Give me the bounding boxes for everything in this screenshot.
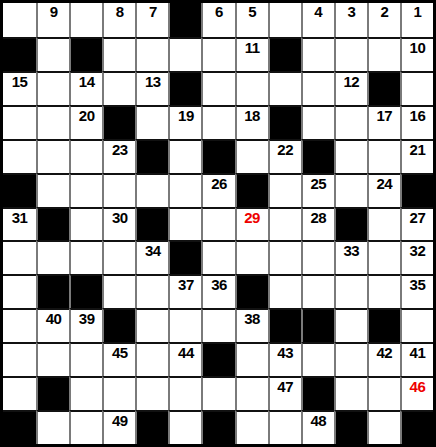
clue-number: 9 (38, 3, 69, 19)
clue-number: 30 (104, 209, 135, 225)
cell-r10c6-block (201, 342, 234, 376)
cell-r5c9[interactable]: 25 (301, 173, 334, 207)
cell-r2c3[interactable] (102, 71, 135, 105)
clue-number: 31 (3, 209, 36, 225)
cell-r10c1[interactable] (36, 342, 69, 376)
cell-r5c2[interactable] (69, 173, 102, 207)
cell-r1c7[interactable]: 11 (235, 37, 268, 71)
cell-r11c1-block (36, 376, 69, 410)
cell-r0c8[interactable] (268, 3, 301, 37)
cell-r8c1-block (36, 274, 69, 308)
cell-r0c11[interactable]: 2 (367, 3, 400, 37)
cell-r0c10[interactable]: 3 (334, 3, 367, 37)
cell-r1c8-block (268, 37, 301, 71)
cell-r7c8[interactable] (268, 240, 301, 274)
cell-r7c7[interactable] (235, 240, 268, 274)
cell-r2c2[interactable]: 14 (69, 71, 102, 105)
cell-r9c5[interactable] (168, 308, 201, 342)
cell-r9c1[interactable]: 40 (36, 308, 69, 342)
cell-r4c11[interactable] (367, 139, 400, 173)
cell-r5c7-block (235, 173, 268, 207)
clue-number: 6 (203, 3, 234, 19)
cell-r0c7[interactable]: 5 (235, 3, 268, 37)
cell-r1c12[interactable]: 10 (400, 37, 433, 71)
cell-r1c11[interactable] (367, 37, 400, 71)
cell-r3c10[interactable] (334, 105, 367, 139)
clue-number: 17 (369, 107, 400, 123)
clue-number: 40 (38, 310, 69, 326)
clue-number: 37 (170, 276, 201, 292)
cell-r1c10[interactable] (334, 37, 367, 71)
cell-r1c4[interactable] (135, 37, 168, 71)
cell-r8c3[interactable] (102, 274, 135, 308)
cell-r9c7[interactable]: 38 (235, 308, 268, 342)
clue-number: 13 (137, 73, 168, 89)
cell-r7c11[interactable] (367, 240, 400, 274)
cell-r7c10[interactable]: 33 (334, 240, 367, 274)
cell-r5c11[interactable]: 24 (367, 173, 400, 207)
cell-r9c12[interactable] (400, 308, 433, 342)
clue-number: 25 (303, 175, 334, 191)
clue-number: 18 (237, 107, 268, 123)
cell-r10c5[interactable]: 44 (168, 342, 201, 376)
clue-number: 48 (303, 412, 334, 428)
cell-r3c0[interactable] (3, 105, 36, 139)
cell-r12c2[interactable] (69, 410, 102, 444)
cell-r11c0[interactable] (3, 376, 36, 410)
cell-r0c6[interactable]: 6 (201, 3, 234, 37)
cell-r3c11[interactable]: 17 (367, 105, 400, 139)
cell-r10c3[interactable]: 45 (102, 342, 135, 376)
cell-r12c6-block (201, 410, 234, 444)
cell-r0c3[interactable]: 8 (102, 3, 135, 37)
clue-number: 11 (237, 39, 268, 55)
cell-r11c8[interactable]: 47 (268, 376, 301, 410)
clue-number: 1 (402, 3, 433, 19)
cell-r1c0-block (3, 37, 36, 71)
cell-r4c9-block (301, 139, 334, 173)
cell-r8c0[interactable] (3, 274, 36, 308)
clue-number: 16 (402, 107, 433, 123)
cell-r2c12[interactable] (400, 71, 433, 105)
clue-number: 45 (104, 344, 135, 360)
cell-r4c1[interactable] (36, 139, 69, 173)
clue-number: 35 (402, 276, 433, 292)
clue-number: 20 (71, 107, 102, 123)
cell-r12c3[interactable]: 49 (102, 410, 135, 444)
clue-number: 10 (402, 39, 433, 55)
cell-r6c10-block (334, 207, 367, 241)
cell-r3c4[interactable] (135, 105, 168, 139)
cell-r5c1[interactable] (36, 173, 69, 207)
cell-r7c1[interactable] (36, 240, 69, 274)
cell-r11c12[interactable]: 46 (400, 376, 433, 410)
cell-r2c4[interactable]: 13 (135, 71, 168, 105)
cell-r12c8[interactable] (268, 410, 301, 444)
cell-r9c10[interactable] (334, 308, 367, 342)
cell-r6c11[interactable] (367, 207, 400, 241)
cell-r8c4[interactable] (135, 274, 168, 308)
cell-r0c2[interactable] (69, 3, 102, 37)
cell-r6c7[interactable]: 29 (235, 207, 268, 241)
cell-r9c9-block (301, 308, 334, 342)
cell-r5c10[interactable] (334, 173, 367, 207)
cell-r2c11-block (367, 71, 400, 105)
cell-r11c10[interactable] (334, 376, 367, 410)
clue-number: 49 (104, 412, 135, 428)
cell-r2c9[interactable] (301, 71, 334, 105)
cell-r4c7[interactable] (235, 139, 268, 173)
cell-r7c12[interactable]: 32 (400, 240, 433, 274)
cell-r5c3[interactable] (102, 173, 135, 207)
clue-number: 22 (270, 141, 301, 157)
cell-r10c11[interactable]: 42 (367, 342, 400, 376)
cell-r1c3[interactable] (102, 37, 135, 71)
cell-r6c8[interactable] (268, 207, 301, 241)
cell-r9c0[interactable] (3, 308, 36, 342)
cell-r5c5[interactable] (168, 173, 201, 207)
cell-r4c0[interactable] (3, 139, 36, 173)
clue-number: 23 (104, 141, 135, 157)
cell-r6c9[interactable]: 28 (301, 207, 334, 241)
cell-r7c4[interactable]: 34 (135, 240, 168, 274)
cell-r0c4[interactable]: 7 (135, 3, 168, 37)
clue-number: 47 (270, 378, 301, 394)
cell-r12c0-block (3, 410, 36, 444)
clue-number: 3 (336, 3, 367, 19)
cell-r9c6[interactable] (201, 308, 234, 342)
cell-r2c10[interactable]: 12 (334, 71, 367, 105)
cell-r12c11[interactable] (367, 410, 400, 444)
cell-r9c3-block (102, 308, 135, 342)
cell-r11c3[interactable] (102, 376, 135, 410)
cell-r1c6[interactable] (201, 37, 234, 71)
clue-number: 7 (137, 3, 168, 19)
cell-r11c7[interactable] (235, 376, 268, 410)
cell-r6c5[interactable] (168, 207, 201, 241)
clue-number: 2 (369, 3, 400, 19)
clue-number: 21 (402, 141, 433, 157)
cell-r9c4[interactable] (135, 308, 168, 342)
clue-number: 27 (402, 209, 433, 225)
cell-r5c0-block (3, 173, 36, 207)
clue-number: 4 (303, 3, 334, 19)
cell-r8c9[interactable] (301, 274, 334, 308)
clue-number: 32 (402, 242, 433, 258)
cell-r1c2-block (69, 37, 102, 71)
cell-r4c5[interactable] (168, 139, 201, 173)
cell-r8c11[interactable] (367, 274, 400, 308)
clue-number: 34 (137, 242, 168, 258)
cell-r1c5[interactable] (168, 37, 201, 71)
clue-number: 28 (303, 209, 334, 225)
crossword-grid: 9876543211110151413122019181716232221262… (0, 0, 436, 447)
cell-r6c2[interactable] (69, 207, 102, 241)
cell-r2c5-block (168, 71, 201, 105)
cell-r0c9[interactable]: 4 (301, 3, 334, 37)
clue-number: 41 (402, 344, 433, 360)
cell-r12c4-block (135, 410, 168, 444)
clue-number: 26 (203, 175, 234, 191)
cell-r1c9[interactable] (301, 37, 334, 71)
cell-r0c0[interactable] (3, 3, 36, 37)
cell-r11c11[interactable] (367, 376, 400, 410)
cell-r12c7[interactable] (235, 410, 268, 444)
cell-r3c12[interactable]: 16 (400, 105, 433, 139)
cell-r4c8[interactable]: 22 (268, 139, 301, 173)
cell-r7c9[interactable] (301, 240, 334, 274)
cell-r2c6[interactable] (201, 71, 234, 105)
cell-r5c8[interactable] (268, 173, 301, 207)
cell-r10c12[interactable]: 41 (400, 342, 433, 376)
clue-number: 33 (336, 242, 367, 258)
clue-number: 38 (237, 310, 268, 326)
cell-r9c8-block (268, 308, 301, 342)
cell-r4c2[interactable] (69, 139, 102, 173)
cell-r0c1[interactable]: 9 (36, 3, 69, 37)
cell-r3c8-block (268, 105, 301, 139)
cell-r7c5-block (168, 240, 201, 274)
cell-r8c8[interactable] (268, 274, 301, 308)
cell-r7c2[interactable] (69, 240, 102, 274)
cell-r5c6[interactable]: 26 (201, 173, 234, 207)
cell-r3c9[interactable] (301, 105, 334, 139)
cell-r7c0[interactable] (3, 240, 36, 274)
cell-r10c4[interactable] (135, 342, 168, 376)
cell-r2c1[interactable] (36, 71, 69, 105)
clue-number-red: 46 (402, 378, 433, 394)
cell-r2c0[interactable]: 15 (3, 71, 36, 105)
cell-r9c11-block (367, 308, 400, 342)
cell-r2c7[interactable] (235, 71, 268, 105)
cell-r8c2-block (69, 274, 102, 308)
cell-r12c12-block (400, 410, 433, 444)
cell-r3c2[interactable]: 20 (69, 105, 102, 139)
cell-r8c12[interactable]: 35 (400, 274, 433, 308)
cell-r3c3-block (102, 105, 135, 139)
cell-r6c0[interactable]: 31 (3, 207, 36, 241)
cell-r10c2[interactable] (69, 342, 102, 376)
cell-r8c7-block (235, 274, 268, 308)
cell-r5c12-block (400, 173, 433, 207)
cell-r7c3[interactable] (102, 240, 135, 274)
cell-r6c1-block (36, 207, 69, 241)
cell-r5c4[interactable] (135, 173, 168, 207)
cell-r6c4-block (135, 207, 168, 241)
cell-r12c1[interactable] (36, 410, 69, 444)
cell-r9c2[interactable]: 39 (69, 308, 102, 342)
cell-r8c6[interactable]: 36 (201, 274, 234, 308)
clue-number: 12 (336, 73, 367, 89)
cell-r11c6[interactable] (201, 376, 234, 410)
cell-r4c12[interactable]: 21 (400, 139, 433, 173)
clue-number: 42 (369, 344, 400, 360)
cell-r3c5[interactable]: 19 (168, 105, 201, 139)
clue-number: 44 (170, 344, 201, 360)
cell-r10c10[interactable] (334, 342, 367, 376)
clue-number: 5 (237, 3, 268, 19)
clue-number: 24 (369, 175, 400, 191)
clue-number: 8 (104, 3, 135, 19)
cell-r0c5-block (168, 3, 201, 37)
cell-r4c10[interactable] (334, 139, 367, 173)
cell-r11c9-block (301, 376, 334, 410)
cell-r10c0[interactable] (3, 342, 36, 376)
cell-r6c3[interactable]: 30 (102, 207, 135, 241)
clue-number: 39 (71, 310, 102, 326)
cell-r10c7[interactable] (235, 342, 268, 376)
cell-r12c9[interactable]: 48 (301, 410, 334, 444)
clue-number: 19 (170, 107, 201, 123)
cell-r11c2[interactable] (69, 376, 102, 410)
cell-r6c12[interactable]: 27 (400, 207, 433, 241)
clue-number: 36 (203, 276, 234, 292)
cell-r0c12[interactable]: 1 (400, 3, 433, 37)
cell-r10c8[interactable]: 43 (268, 342, 301, 376)
cell-r1c1[interactable] (36, 37, 69, 71)
cell-r4c4-block (135, 139, 168, 173)
cell-r12c10-block (334, 410, 367, 444)
cell-r3c7[interactable]: 18 (235, 105, 268, 139)
cell-r12c5[interactable] (168, 410, 201, 444)
cell-r8c10[interactable] (334, 274, 367, 308)
cell-r10c9[interactable] (301, 342, 334, 376)
cell-r8c5[interactable]: 37 (168, 274, 201, 308)
cell-r3c1[interactable] (36, 105, 69, 139)
cell-r6c6[interactable] (201, 207, 234, 241)
cell-r2c8[interactable] (268, 71, 301, 105)
cell-r11c5[interactable] (168, 376, 201, 410)
cell-r4c6-block (201, 139, 234, 173)
cell-r7c6[interactable] (201, 240, 234, 274)
cell-r4c3[interactable]: 23 (102, 139, 135, 173)
clue-number-red: 29 (237, 209, 268, 225)
clue-number: 14 (71, 73, 102, 89)
clue-number: 43 (270, 344, 301, 360)
cell-r3c6[interactable] (201, 105, 234, 139)
cell-r11c4[interactable] (135, 376, 168, 410)
clue-number: 15 (3, 73, 36, 89)
